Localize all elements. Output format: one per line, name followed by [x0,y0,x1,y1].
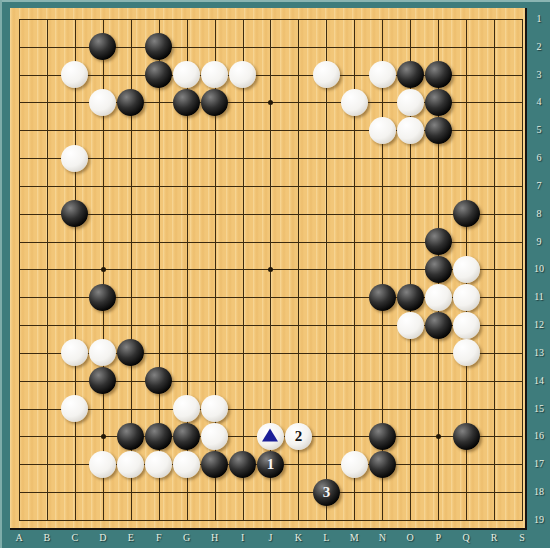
column-label: C [64,533,86,543]
white-stone[interactable] [397,89,424,116]
column-label: Q [455,533,477,543]
white-stone[interactable] [453,256,480,283]
black-stone[interactable] [425,312,452,339]
white-stone[interactable] [453,284,480,311]
row-label: 16 [528,431,550,441]
row-label: 14 [528,376,550,386]
row-label: 4 [528,97,550,107]
black-stone[interactable] [425,117,452,144]
grid-line-horizontal [19,214,523,215]
column-label: O [399,533,421,543]
column-label: A [8,533,30,543]
white-stone[interactable] [201,423,228,450]
black-stone[interactable] [397,61,424,88]
row-label: 9 [528,237,550,247]
black-stone[interactable] [89,284,116,311]
column-label: N [371,533,393,543]
grid-line-horizontal [19,520,523,521]
white-stone[interactable] [117,451,144,478]
black-stone[interactable] [425,61,452,88]
white-stone[interactable] [61,145,88,172]
column-label: L [315,533,337,543]
white-stone[interactable] [369,117,396,144]
column-label: K [287,533,309,543]
black-stone[interactable] [369,423,396,450]
row-label: 17 [528,459,550,469]
black-stone[interactable] [425,256,452,283]
black-stone[interactable] [369,284,396,311]
white-stone[interactable] [425,284,452,311]
black-stone[interactable] [173,89,200,116]
white-stone[interactable] [89,451,116,478]
column-label: G [176,533,198,543]
grid-line-horizontal [19,409,523,410]
column-label: F [148,533,170,543]
row-label: 5 [528,125,550,135]
white-stone[interactable] [313,61,340,88]
white-stone[interactable] [341,89,368,116]
row-label: 1 [528,14,550,24]
column-label: B [36,533,58,543]
white-stone[interactable] [397,117,424,144]
white-stone[interactable] [257,423,284,450]
black-stone[interactable] [201,451,228,478]
window-top-edge [0,0,550,2]
column-label: I [232,533,254,543]
column-label: J [259,533,281,543]
column-label: D [92,533,114,543]
row-label: 3 [528,70,550,80]
black-stone[interactable] [397,284,424,311]
row-label: 15 [528,404,550,414]
white-stone[interactable] [285,423,312,450]
black-stone[interactable] [425,89,452,116]
black-stone[interactable] [173,423,200,450]
grid-line-horizontal [19,19,523,20]
row-label: 11 [528,292,550,302]
window-left-edge [0,0,2,548]
black-stone[interactable] [369,451,396,478]
black-stone[interactable] [453,423,480,450]
black-stone[interactable] [229,451,256,478]
white-stone[interactable] [453,339,480,366]
row-label: 8 [528,209,550,219]
column-label: M [343,533,365,543]
column-label: R [483,533,505,543]
black-stone[interactable] [453,200,480,227]
row-label: 10 [528,264,550,274]
row-label: 19 [528,515,550,525]
row-label: 12 [528,320,550,330]
grid-line-horizontal [19,492,523,493]
column-label: S [511,533,533,543]
row-label: 2 [528,42,550,52]
column-label: P [427,533,449,543]
row-label: 13 [528,348,550,358]
row-label: 18 [528,487,550,497]
column-label: E [120,533,142,543]
black-stone[interactable] [257,451,284,478]
row-label: 7 [528,181,550,191]
black-stone[interactable] [201,89,228,116]
white-stone[interactable] [229,61,256,88]
row-label: 6 [528,153,550,163]
white-stone[interactable] [145,451,172,478]
black-stone[interactable] [425,228,452,255]
white-stone[interactable] [173,451,200,478]
black-stone[interactable] [145,423,172,450]
go-app-window: 21312345678910111213141516171819ABCDEFGH… [0,0,550,548]
white-stone[interactable] [369,61,396,88]
white-stone[interactable] [453,312,480,339]
white-stone[interactable] [397,312,424,339]
grid-line-horizontal [19,158,523,159]
white-stone[interactable] [341,451,368,478]
column-label: H [204,533,226,543]
grid-line-horizontal [19,186,523,187]
black-stone[interactable] [313,479,340,506]
